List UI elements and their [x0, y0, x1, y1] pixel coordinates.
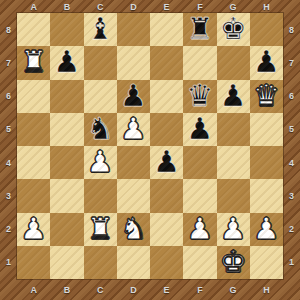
- square-g8[interactable]: ♚: [217, 13, 250, 46]
- black-pawn-g6: ♟: [220, 79, 247, 112]
- white-queen-h6: ♛: [253, 79, 280, 112]
- square-e1[interactable]: [150, 246, 183, 279]
- square-h8[interactable]: [250, 13, 283, 46]
- square-f3[interactable]: [183, 179, 216, 212]
- square-d8[interactable]: [117, 13, 150, 46]
- square-c7[interactable]: [84, 46, 117, 79]
- square-h4[interactable]: [250, 146, 283, 179]
- square-d6[interactable]: ♟: [117, 80, 150, 113]
- black-pawn-b7: ♟: [53, 45, 80, 78]
- square-a5[interactable]: [17, 113, 50, 146]
- rank-label-1-right: 1: [289, 246, 294, 279]
- square-a6[interactable]: [17, 80, 50, 113]
- file-labels-bottom: ABCDEFGH: [17, 280, 283, 300]
- rank-label-7-right: 7: [289, 46, 294, 79]
- square-a2[interactable]: ♟: [17, 213, 50, 246]
- file-label-d-bottom: D: [117, 285, 150, 295]
- square-c5[interactable]: ♞: [84, 113, 117, 146]
- white-king-g1: ♚: [220, 245, 247, 278]
- file-label-d-top: D: [117, 2, 150, 12]
- file-label-c-top: C: [84, 2, 117, 12]
- square-f1[interactable]: [183, 246, 216, 279]
- rank-label-6-right: 6: [289, 80, 294, 113]
- square-e6[interactable]: [150, 80, 183, 113]
- white-knight-d2: ♞: [120, 212, 147, 245]
- square-f8[interactable]: ♜: [183, 13, 216, 46]
- square-d3[interactable]: [117, 179, 150, 212]
- black-rook-f8: ♜: [186, 12, 213, 45]
- square-b5[interactable]: [50, 113, 83, 146]
- black-pawn-e4: ♟: [153, 145, 180, 178]
- black-knight-c5: ♞: [87, 112, 114, 145]
- square-h6[interactable]: ♛: [250, 80, 283, 113]
- square-f2[interactable]: ♟: [183, 213, 216, 246]
- rank-label-4-right: 4: [289, 146, 294, 179]
- rank-label-5-right: 5: [289, 113, 294, 146]
- file-label-h-bottom: H: [250, 285, 283, 295]
- square-g7[interactable]: [217, 46, 250, 79]
- square-g4[interactable]: [217, 146, 250, 179]
- rank-label-3-right: 3: [289, 179, 294, 212]
- square-f5[interactable]: ♟: [183, 113, 216, 146]
- square-b1[interactable]: [50, 246, 83, 279]
- file-label-h-top: H: [250, 2, 283, 12]
- square-b7[interactable]: ♟: [50, 46, 83, 79]
- square-g1[interactable]: ♚: [217, 246, 250, 279]
- white-rook-c2: ♜: [87, 212, 114, 245]
- file-label-g-top: G: [217, 2, 250, 12]
- chess-board: ♝♜♚♜♟♟♟♛♟♛♞♟♟♟♟♟♜♞♟♟♟♚: [17, 13, 283, 279]
- square-d4[interactable]: [117, 146, 150, 179]
- rank-label-8-right: 8: [289, 13, 294, 46]
- file-label-e-bottom: E: [150, 285, 183, 295]
- square-d1[interactable]: [117, 246, 150, 279]
- square-b3[interactable]: [50, 179, 83, 212]
- square-e3[interactable]: [150, 179, 183, 212]
- square-f4[interactable]: [183, 146, 216, 179]
- square-f7[interactable]: [183, 46, 216, 79]
- file-label-f-bottom: F: [183, 285, 216, 295]
- rank-label-8-left: 8: [6, 13, 11, 46]
- file-label-f-top: F: [183, 2, 216, 12]
- rank-labels-left: 87654321: [0, 13, 17, 279]
- square-c4[interactable]: ♟: [84, 146, 117, 179]
- square-h2[interactable]: ♟: [250, 213, 283, 246]
- file-label-a-top: A: [17, 2, 50, 12]
- square-c3[interactable]: [84, 179, 117, 212]
- white-pawn-c4: ♟: [87, 145, 114, 178]
- black-king-g8: ♚: [220, 12, 247, 45]
- square-g5[interactable]: [217, 113, 250, 146]
- square-a8[interactable]: [17, 13, 50, 46]
- black-pawn-h7: ♟: [253, 45, 280, 78]
- square-e7[interactable]: [150, 46, 183, 79]
- square-d7[interactable]: [117, 46, 150, 79]
- square-g2[interactable]: ♟: [217, 213, 250, 246]
- black-queen-f6: ♛: [186, 79, 213, 112]
- square-c8[interactable]: ♝: [84, 13, 117, 46]
- square-d2[interactable]: ♞: [117, 213, 150, 246]
- square-b6[interactable]: [50, 80, 83, 113]
- square-e4[interactable]: ♟: [150, 146, 183, 179]
- square-a4[interactable]: [17, 146, 50, 179]
- white-pawn-a2: ♟: [20, 212, 47, 245]
- black-pawn-f5: ♟: [186, 112, 213, 145]
- white-pawn-d5: ♟: [120, 112, 147, 145]
- square-b4[interactable]: [50, 146, 83, 179]
- square-a1[interactable]: [17, 246, 50, 279]
- rank-label-4-left: 4: [6, 146, 11, 179]
- rank-label-6-left: 6: [6, 80, 11, 113]
- white-rook-a7: ♜: [20, 45, 47, 78]
- square-e8[interactable]: [150, 13, 183, 46]
- white-pawn-f2: ♟: [186, 212, 213, 245]
- black-pawn-d6: ♟: [120, 79, 147, 112]
- rank-labels-right: 87654321: [283, 13, 300, 279]
- rank-label-2-left: 2: [6, 213, 11, 246]
- square-h5[interactable]: [250, 113, 283, 146]
- file-label-e-top: E: [150, 2, 183, 12]
- white-pawn-g2: ♟: [220, 212, 247, 245]
- square-h3[interactable]: [250, 179, 283, 212]
- square-e5[interactable]: [150, 113, 183, 146]
- square-h7[interactable]: ♟: [250, 46, 283, 79]
- square-g6[interactable]: ♟: [217, 80, 250, 113]
- rank-label-3-left: 3: [6, 179, 11, 212]
- file-label-b-bottom: B: [50, 285, 83, 295]
- rank-label-2-right: 2: [289, 213, 294, 246]
- square-c6[interactable]: [84, 80, 117, 113]
- rank-label-5-left: 5: [6, 113, 11, 146]
- file-label-g-bottom: G: [217, 285, 250, 295]
- file-label-b-top: B: [50, 2, 83, 12]
- rank-label-7-left: 7: [6, 46, 11, 79]
- file-label-c-bottom: C: [84, 285, 117, 295]
- square-e2[interactable]: [150, 213, 183, 246]
- square-f6[interactable]: ♛: [183, 80, 216, 113]
- rank-label-1-left: 1: [6, 246, 11, 279]
- square-b8[interactable]: [50, 13, 83, 46]
- square-a7[interactable]: ♜: [17, 46, 50, 79]
- square-d5[interactable]: ♟: [117, 113, 150, 146]
- square-g3[interactable]: [217, 179, 250, 212]
- white-pawn-h2: ♟: [253, 212, 280, 245]
- square-b2[interactable]: [50, 213, 83, 246]
- square-h1[interactable]: [250, 246, 283, 279]
- black-bishop-c8: ♝: [87, 12, 114, 45]
- square-c2[interactable]: ♜: [84, 213, 117, 246]
- square-a3[interactable]: [17, 179, 50, 212]
- file-label-a-bottom: A: [17, 285, 50, 295]
- wood-background: ABCDEFGH 87654321 87654321 ABCDEFGH ♝♜♚♜…: [0, 0, 300, 300]
- square-c1[interactable]: [84, 246, 117, 279]
